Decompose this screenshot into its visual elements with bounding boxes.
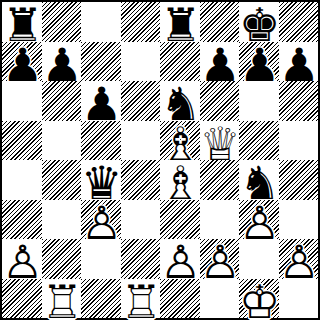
square-h2[interactable]: ♟♙ [279,239,319,279]
square-h3[interactable] [279,200,319,240]
piece-white-pawn[interactable]: ♟♙ [239,200,279,240]
piece-black-knight[interactable]: ♞♞ [239,160,279,200]
square-g6[interactable] [239,81,279,121]
piece-black-pawn[interactable]: ♟♟ [2,42,42,82]
square-e1[interactable] [160,279,200,319]
piece-white-pawn[interactable]: ♟♙ [160,239,200,279]
piece-white-pawn[interactable]: ♟♙ [279,239,319,279]
square-d2[interactable] [121,239,161,279]
piece-glyph: ♖ [42,279,83,320]
square-c7[interactable] [81,42,121,82]
piece-black-pawn[interactable]: ♟♟ [200,42,240,82]
square-b5[interactable] [42,121,82,161]
square-c4[interactable]: ♛♛ [81,160,121,200]
square-b3[interactable] [42,200,82,240]
square-g1[interactable]: ♚♔ [239,279,279,319]
square-a7[interactable]: ♟♟ [2,42,42,82]
square-c3[interactable]: ♟♙ [81,200,121,240]
square-e3[interactable] [160,200,200,240]
piece-black-pawn[interactable]: ♟♟ [42,42,82,82]
square-a2[interactable]: ♟♙ [2,239,42,279]
square-h1[interactable] [279,279,319,319]
piece-white-bishop[interactable]: ♝♗ [160,160,200,200]
square-f1[interactable] [200,279,240,319]
piece-white-pawn[interactable]: ♟♙ [2,239,42,279]
square-a5[interactable] [2,121,42,161]
square-d8[interactable] [121,2,161,42]
square-c5[interactable] [81,121,121,161]
square-g3[interactable]: ♟♙ [239,200,279,240]
piece-black-rook[interactable]: ♜♜ [160,2,200,42]
square-f8[interactable] [200,2,240,42]
square-f7[interactable]: ♟♟ [200,42,240,82]
square-f6[interactable] [200,81,240,121]
square-h8[interactable] [279,2,319,42]
chess-board: ♜♜♜♜♚♚♟♟♟♟♟♟♟♟♟♟♟♟♞♞♝♗♛♕♛♛♝♗♞♞♟♙♟♙♟♙♟♙♟♙… [0,0,320,320]
square-g4[interactable]: ♞♞ [239,160,279,200]
piece-black-knight[interactable]: ♞♞ [160,81,200,121]
square-e4[interactable]: ♝♗ [160,160,200,200]
piece-white-bishop[interactable]: ♝♗ [160,121,200,161]
piece-glyph: ♖ [121,279,162,320]
square-a3[interactable] [2,200,42,240]
piece-white-rook[interactable]: ♜♖ [121,279,161,319]
square-a6[interactable] [2,81,42,121]
square-a8[interactable]: ♜♜ [2,2,42,42]
square-f5[interactable]: ♛♕ [200,121,240,161]
square-f2[interactable]: ♟♙ [200,239,240,279]
square-b1[interactable]: ♜♖ [42,279,82,319]
square-g7[interactable]: ♟♟ [239,42,279,82]
square-e8[interactable]: ♜♜ [160,2,200,42]
square-e2[interactable]: ♟♙ [160,239,200,279]
piece-black-queen[interactable]: ♛♛ [81,160,121,200]
square-d7[interactable] [121,42,161,82]
piece-black-pawn[interactable]: ♟♟ [239,42,279,82]
square-h5[interactable] [279,121,319,161]
piece-white-queen[interactable]: ♛♕ [200,121,240,161]
square-b4[interactable] [42,160,82,200]
square-d3[interactable] [121,200,161,240]
piece-black-pawn[interactable]: ♟♟ [81,81,121,121]
square-a4[interactable] [2,160,42,200]
square-h4[interactable] [279,160,319,200]
square-c1[interactable] [81,279,121,319]
square-e7[interactable] [160,42,200,82]
square-d1[interactable]: ♜♖ [121,279,161,319]
piece-white-pawn[interactable]: ♟♙ [200,239,240,279]
square-c6[interactable]: ♟♟ [81,81,121,121]
square-c8[interactable] [81,2,121,42]
square-c2[interactable] [81,239,121,279]
square-g2[interactable] [239,239,279,279]
square-g8[interactable]: ♚♚ [239,2,279,42]
square-b2[interactable] [42,239,82,279]
square-h7[interactable]: ♟♟ [279,42,319,82]
square-d4[interactable] [121,160,161,200]
square-b6[interactable] [42,81,82,121]
piece-black-pawn[interactable]: ♟♟ [279,42,319,82]
square-a1[interactable] [2,279,42,319]
square-b8[interactable] [42,2,82,42]
square-d6[interactable] [121,81,161,121]
piece-black-king[interactable]: ♚♚ [239,2,279,42]
square-e5[interactable]: ♝♗ [160,121,200,161]
square-f3[interactable] [200,200,240,240]
square-e6[interactable]: ♞♞ [160,81,200,121]
piece-white-pawn[interactable]: ♟♙ [81,200,121,240]
piece-black-rook[interactable]: ♜♜ [2,2,42,42]
square-g5[interactable] [239,121,279,161]
piece-white-king[interactable]: ♚♔ [239,279,279,319]
square-h6[interactable] [279,81,319,121]
square-b7[interactable]: ♟♟ [42,42,82,82]
square-f4[interactable] [200,160,240,200]
piece-glyph: ♔ [239,279,280,320]
square-d5[interactable] [121,121,161,161]
piece-white-rook[interactable]: ♜♖ [42,279,82,319]
